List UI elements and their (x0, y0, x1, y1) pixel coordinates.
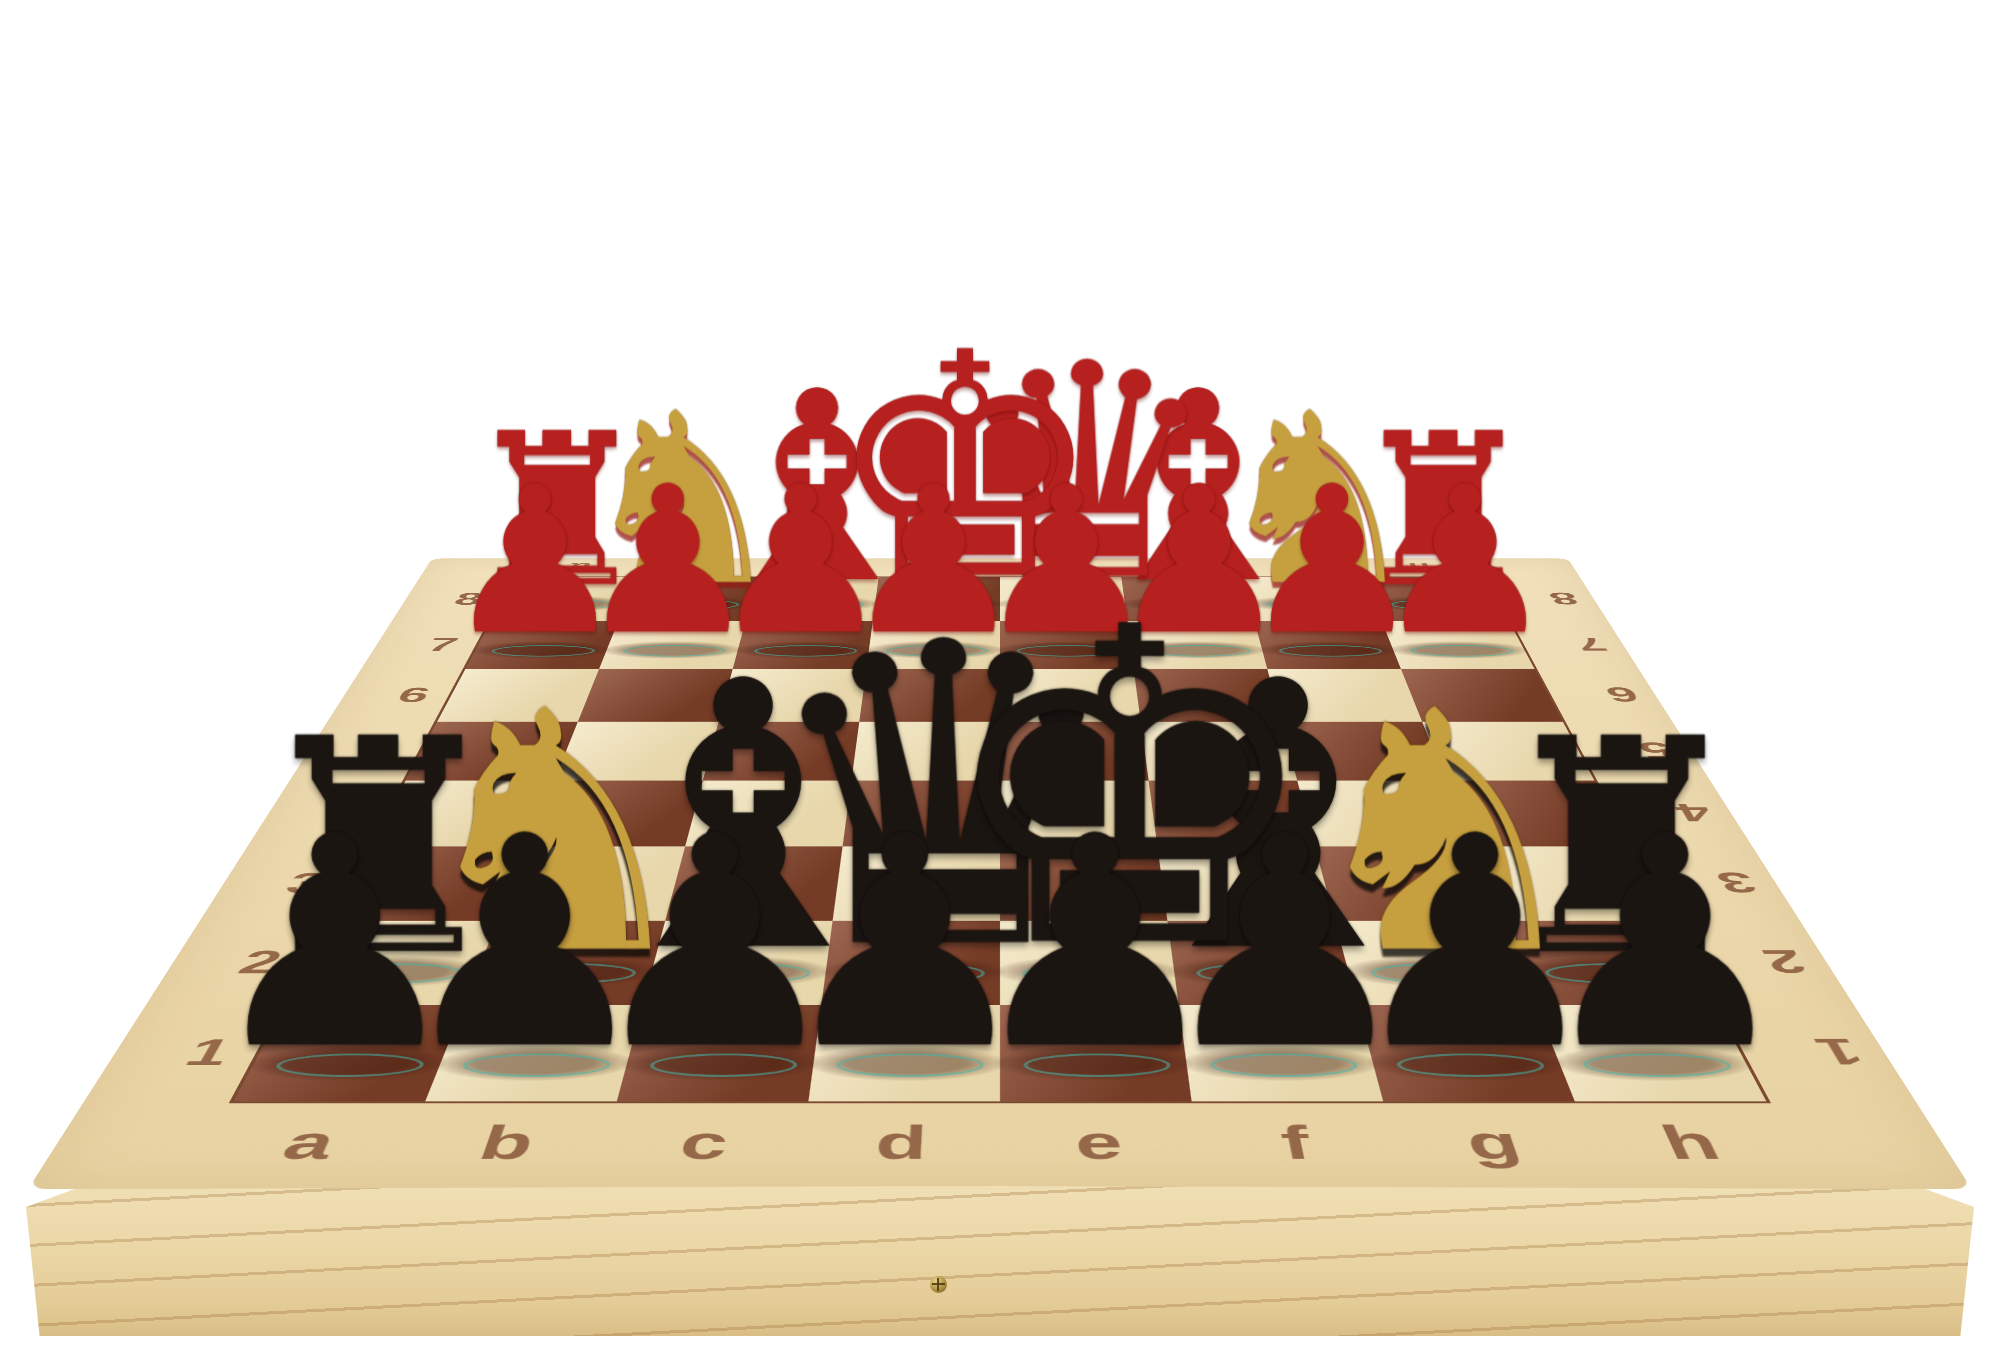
rank-label-right-8: 8 (1496, 589, 1600, 608)
piece-black-pawn-h1: ♟ (1500, 798, 1829, 1089)
board-front-face (26, 1186, 1974, 1336)
chessboard: abcdefgh abcdefgh 87654321 87654321 ♜♞♝♚… (28, 558, 1972, 1189)
screw-icon (930, 1276, 947, 1293)
product-photo: abcdefgh abcdefgh 87654321 87654321 ♜♞♝♚… (0, 0, 2000, 1346)
scene: abcdefgh abcdefgh 87654321 87654321 ♜♞♝♚… (0, 0, 2000, 1346)
